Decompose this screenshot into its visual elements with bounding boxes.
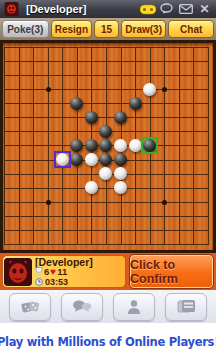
avatar-icon: [3, 2, 20, 16]
stone-black: [70, 153, 83, 166]
chat-bubbles-icon: [72, 299, 92, 314]
stone-black: [99, 125, 112, 138]
cards-icon: [177, 299, 196, 314]
heart-icon: ♥: [50, 267, 56, 277]
title-bar: [Developer] ✕: [0, 0, 216, 18]
player-stats: 6♥11: [35, 267, 93, 277]
grid-line-v: [150, 47, 151, 245]
confirm-button[interactable]: Click to Confirm: [129, 254, 214, 289]
grid-line-v: [135, 47, 136, 245]
board-frame: [0, 40, 216, 253]
grid-line-v: [62, 47, 63, 245]
banner-text: Play with Millions of Online Players!: [0, 335, 216, 349]
stone-black: [70, 139, 83, 152]
star-point: [46, 87, 51, 92]
player-text-block: [Developer] 6♥11 03:53: [35, 257, 93, 287]
dice-icon: [21, 299, 40, 315]
stone-black: [85, 111, 98, 124]
grid-line-v: [106, 47, 107, 245]
players-button[interactable]: [113, 293, 155, 321]
grid-line-v: [179, 47, 180, 245]
grid-line-h: [4, 117, 209, 118]
board[interactable]: [0, 40, 216, 253]
grid-line-h: [4, 174, 209, 175]
grid-line-v: [121, 47, 122, 245]
grid-line-h: [4, 75, 209, 76]
stone-black: [70, 97, 83, 110]
mail-icon[interactable]: [177, 2, 194, 16]
player-clock: 03:53: [35, 277, 93, 287]
player-name: [Developer]: [35, 257, 93, 267]
grid-line-v: [91, 47, 92, 245]
grid-line-v: [77, 47, 78, 245]
draw-button[interactable]: Draw(3): [121, 20, 167, 38]
stone-white: [129, 139, 142, 152]
stone-white: [99, 167, 112, 180]
resign-button[interactable]: Resign: [51, 20, 93, 38]
window-title: [Developer]: [26, 3, 137, 15]
games-icon[interactable]: [139, 2, 156, 16]
star-point: [162, 200, 167, 205]
dice-button[interactable]: [9, 293, 51, 321]
clock-icon: [35, 278, 43, 286]
stone-black: [85, 139, 98, 152]
grid-line-h: [4, 89, 209, 90]
clock-value: 03:53: [45, 277, 68, 287]
stone-white: [85, 181, 98, 194]
grid-line-v: [33, 47, 34, 245]
trophy-icon: [35, 267, 43, 276]
player-info-panel: [Developer] 6♥11 03:53: [2, 255, 126, 288]
star-point: [46, 200, 51, 205]
player-icon: [127, 299, 141, 315]
heart-count: 11: [57, 267, 67, 277]
trophy-count: 6: [44, 267, 49, 277]
grid-line-h: [4, 244, 209, 245]
grid-line-h: [4, 145, 209, 146]
grid-line-h: [4, 160, 209, 161]
pending-move-marker: [54, 151, 71, 168]
grid-line-h: [4, 216, 209, 217]
bottom-toolbar: [0, 290, 216, 323]
grid-line-h: [4, 188, 209, 189]
grid-line-v: [193, 47, 194, 245]
stone-white: [114, 139, 127, 152]
ad-banner[interactable]: Play with Millions of Online Players!: [0, 323, 216, 360]
stone-black: [143, 139, 156, 152]
stone-white: [143, 83, 156, 96]
star-point: [162, 87, 167, 92]
grid-line-h: [4, 202, 209, 203]
close-icon[interactable]: ✕: [196, 2, 213, 16]
grid-line-v: [164, 47, 165, 245]
poke-button[interactable]: Poke(3): [2, 20, 49, 38]
games-list-button[interactable]: [165, 293, 207, 321]
chat-bubble-icon[interactable]: [158, 2, 175, 16]
stone-black: [114, 111, 127, 124]
stone-black: [99, 153, 112, 166]
grid-line-v: [48, 47, 49, 245]
grid-line-h: [4, 61, 209, 62]
stone-white: [56, 153, 69, 166]
last-move-marker: [141, 137, 158, 154]
stone-black: [99, 139, 112, 152]
stone-black: [129, 97, 142, 110]
app-window: [Developer] ✕ Poke(3) Resign 15 Draw(3): [0, 0, 216, 360]
stone-white: [114, 181, 127, 194]
grid-line-h: [4, 47, 209, 48]
chat-rooms-button[interactable]: [61, 293, 103, 321]
grid-line-h: [4, 103, 209, 104]
grid-line-v: [4, 47, 5, 245]
stone-white: [85, 153, 98, 166]
grid-line-v: [19, 47, 20, 245]
player-avatar: [4, 258, 32, 286]
grid-line-h: [4, 230, 209, 231]
timer-button[interactable]: 15: [94, 20, 119, 38]
menu-bar: Poke(3) Resign 15 Draw(3) Chat: [0, 18, 216, 40]
grid-line-v: [208, 47, 209, 245]
player-zone: [Developer] 6♥11 03:53 Click to Confirm: [0, 253, 216, 290]
grid-line-h: [4, 131, 209, 132]
chat-button[interactable]: Chat: [168, 20, 214, 38]
stone-black: [114, 153, 127, 166]
stone-white: [114, 167, 127, 180]
star-point: [104, 143, 109, 148]
